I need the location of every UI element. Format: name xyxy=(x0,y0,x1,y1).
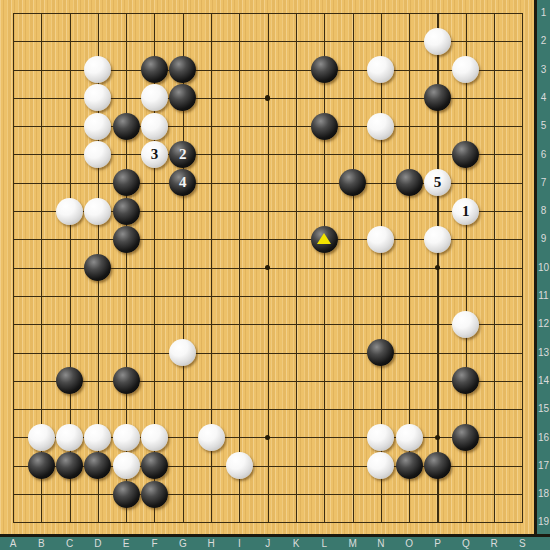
go-diagram: 32451 12345678910111213141516171819ABCDE… xyxy=(0,0,550,550)
stone-black-E7 xyxy=(113,169,140,196)
stone-black-C14 xyxy=(56,367,83,394)
stone-white-I17 xyxy=(226,452,253,479)
row-label-18: 18 xyxy=(537,488,550,499)
row-label-13: 13 xyxy=(537,347,550,358)
col-label-L: L xyxy=(317,538,331,549)
col-label-G: G xyxy=(176,538,190,549)
row-label-7: 7 xyxy=(537,177,550,188)
stone-white-N9 xyxy=(367,226,394,253)
stone-white-D6 xyxy=(84,141,111,168)
move-number-2: 2 xyxy=(179,147,187,162)
stone-white-Q8: 1 xyxy=(452,198,479,225)
col-label-S: S xyxy=(515,538,529,549)
col-label-A: A xyxy=(6,538,20,549)
col-label-P: P xyxy=(431,538,445,549)
row-label-9: 9 xyxy=(537,233,550,244)
row-label-12: 12 xyxy=(537,318,550,329)
col-label-I: I xyxy=(232,538,246,549)
move-number-5: 5 xyxy=(434,175,442,190)
stone-black-Q16 xyxy=(452,424,479,451)
col-label-M: M xyxy=(346,538,360,549)
stone-white-G13 xyxy=(169,339,196,366)
stone-black-L3 xyxy=(311,56,338,83)
row-label-3: 3 xyxy=(537,64,550,75)
row-label-10: 10 xyxy=(537,262,550,273)
col-label-C: C xyxy=(63,538,77,549)
stone-black-B17 xyxy=(28,452,55,479)
stone-black-P4 xyxy=(424,84,451,111)
col-label-D: D xyxy=(91,538,105,549)
stone-black-F3 xyxy=(141,56,168,83)
stone-black-E14 xyxy=(113,367,140,394)
stone-white-C8 xyxy=(56,198,83,225)
stone-white-P7: 5 xyxy=(424,169,451,196)
stone-white-D8 xyxy=(84,198,111,225)
stone-white-Q12 xyxy=(452,311,479,338)
stone-white-D16 xyxy=(84,424,111,451)
stone-black-G7: 4 xyxy=(169,169,196,196)
stone-black-L9 xyxy=(311,226,338,253)
stone-white-D3 xyxy=(84,56,111,83)
row-label-8: 8 xyxy=(537,205,550,216)
stone-white-C16 xyxy=(56,424,83,451)
stone-black-G3 xyxy=(169,56,196,83)
row-label-6: 6 xyxy=(537,149,550,160)
stone-black-F17 xyxy=(141,452,168,479)
col-label-F: F xyxy=(148,538,162,549)
col-label-Q: Q xyxy=(459,538,473,549)
stone-white-N17 xyxy=(367,452,394,479)
col-label-R: R xyxy=(487,538,501,549)
stone-white-F16 xyxy=(141,424,168,451)
stone-white-F5 xyxy=(141,113,168,140)
col-label-N: N xyxy=(374,538,388,549)
row-label-14: 14 xyxy=(537,375,550,386)
row-label-15: 15 xyxy=(537,403,550,414)
stone-black-O7 xyxy=(396,169,423,196)
col-label-O: O xyxy=(402,538,416,549)
stone-black-F18 xyxy=(141,481,168,508)
stone-black-G4 xyxy=(169,84,196,111)
stone-black-E5 xyxy=(113,113,140,140)
stone-black-C17 xyxy=(56,452,83,479)
stone-white-F6: 3 xyxy=(141,141,168,168)
stone-white-N3 xyxy=(367,56,394,83)
go-board[interactable]: 32451 xyxy=(0,0,550,550)
stone-black-D17 xyxy=(84,452,111,479)
row-label-19: 19 xyxy=(537,516,550,527)
stone-black-N13 xyxy=(367,339,394,366)
stone-white-H16 xyxy=(198,424,225,451)
col-label-J: J xyxy=(261,538,275,549)
col-label-K: K xyxy=(289,538,303,549)
stone-white-N5 xyxy=(367,113,394,140)
stone-black-Q14 xyxy=(452,367,479,394)
row-label-2: 2 xyxy=(537,35,550,46)
stone-white-F4 xyxy=(141,84,168,111)
stone-black-O17 xyxy=(396,452,423,479)
stone-white-O16 xyxy=(396,424,423,451)
row-label-17: 17 xyxy=(537,460,550,471)
stone-white-E17 xyxy=(113,452,140,479)
stone-black-L5 xyxy=(311,113,338,140)
stone-white-Q3 xyxy=(452,56,479,83)
move-number-4: 4 xyxy=(179,175,187,190)
col-label-E: E xyxy=(119,538,133,549)
stone-black-G6: 2 xyxy=(169,141,196,168)
stone-white-D5 xyxy=(84,113,111,140)
stones-layer: 32451 xyxy=(0,0,537,537)
stone-black-E9 xyxy=(113,226,140,253)
stone-black-E18 xyxy=(113,481,140,508)
col-label-B: B xyxy=(34,538,48,549)
row-label-4: 4 xyxy=(537,92,550,103)
move-number-1: 1 xyxy=(462,204,470,219)
stone-black-Q6 xyxy=(452,141,479,168)
row-label-16: 16 xyxy=(537,432,550,443)
last-move-triangle-marker xyxy=(317,233,331,244)
move-number-3: 3 xyxy=(151,147,159,162)
stone-black-D10 xyxy=(84,254,111,281)
stone-white-E16 xyxy=(113,424,140,451)
stone-white-D4 xyxy=(84,84,111,111)
col-label-H: H xyxy=(204,538,218,549)
stone-white-P2 xyxy=(424,28,451,55)
row-label-1: 1 xyxy=(537,7,550,18)
stone-white-B16 xyxy=(28,424,55,451)
row-label-5: 5 xyxy=(537,120,550,131)
row-label-11: 11 xyxy=(537,290,550,301)
stone-black-M7 xyxy=(339,169,366,196)
stone-black-E8 xyxy=(113,198,140,225)
stone-white-P9 xyxy=(424,226,451,253)
stone-white-N16 xyxy=(367,424,394,451)
stone-black-P17 xyxy=(424,452,451,479)
